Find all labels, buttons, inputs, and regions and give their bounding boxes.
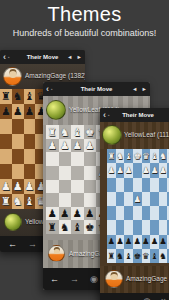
board-square[interactable]: ♟	[84, 139, 97, 153]
prev-move-icon[interactable]: ◄	[132, 82, 137, 96]
board-square[interactable]	[133, 163, 142, 177]
black-p-piece: ♟	[168, 237, 169, 246]
board-square[interactable]: ♟	[116, 235, 125, 249]
board-square[interactable]	[24, 119, 36, 134]
board-square[interactable]	[71, 193, 84, 207]
board-square[interactable]	[116, 206, 125, 220]
board-square[interactable]: ♟	[167, 163, 169, 177]
board-square[interactable]	[133, 220, 142, 234]
opponent-name: YellowLeaf (1114)	[124, 131, 169, 138]
board-square[interactable]	[0, 149, 12, 164]
white-p-piece: ♟	[24, 181, 34, 192]
white-p-piece: ♟	[151, 166, 159, 175]
board-square[interactable]	[167, 206, 169, 220]
board-square[interactable]: ♝	[71, 220, 84, 234]
board-square[interactable]	[167, 220, 169, 234]
black-b-piece: ♝	[24, 91, 34, 102]
white-b-piece: ♝	[24, 196, 34, 207]
white-n-piece: ♞	[159, 152, 167, 161]
board-square[interactable]	[59, 166, 72, 180]
board-square[interactable]	[84, 152, 97, 166]
theme-screenshot-blue: ‹ ▪ Their Move YellowLeaf (1114) ♜♞♝♚♛♝♞…	[100, 108, 169, 300]
board-square[interactable]: ♜	[167, 249, 169, 263]
white-n-piece: ♞	[116, 152, 124, 161]
black-n-piece: ♞	[159, 252, 167, 261]
board-square[interactable]	[116, 178, 125, 192]
prev-move-icon[interactable]: ◄	[67, 50, 72, 64]
black-q-piece: ♛	[142, 252, 150, 261]
board-square[interactable]	[107, 220, 116, 234]
board-square[interactable]: ♟	[46, 207, 59, 221]
white-p-piece: ♟	[73, 140, 82, 151]
board-square[interactable]: ♟	[107, 235, 116, 249]
board-square[interactable]: ♞	[12, 89, 24, 104]
white-b-piece: ♝	[151, 152, 159, 161]
board-square[interactable]	[124, 206, 133, 220]
board-square[interactable]	[142, 206, 151, 220]
board-square[interactable]: ♟	[150, 163, 159, 177]
black-r-piece: ♜	[48, 222, 57, 233]
board-square[interactable]	[24, 164, 36, 179]
board-square[interactable]	[84, 193, 97, 207]
board-square[interactable]	[150, 206, 159, 220]
white-n-piece: ♞	[60, 127, 69, 138]
white-r-piece: ♜	[1, 196, 11, 207]
board-square[interactable]	[124, 178, 133, 192]
undo-arrow-icon[interactable]: ←	[105, 297, 114, 300]
black-r-piece: ♜	[108, 252, 116, 261]
board-square[interactable]: ♜	[107, 249, 116, 263]
board-square[interactable]	[24, 149, 36, 164]
board-square[interactable]: ♜	[46, 125, 59, 139]
white-p-piece: ♟	[125, 166, 133, 175]
black-b-piece: ♝	[151, 252, 159, 261]
board-square[interactable]	[142, 220, 151, 234]
board-square[interactable]	[84, 166, 97, 180]
board-square[interactable]: ♛	[142, 249, 151, 263]
board-square[interactable]	[0, 164, 12, 179]
board-square[interactable]: ♟	[84, 207, 97, 221]
black-p-piece: ♟	[108, 237, 116, 246]
black-k-piece: ♚	[133, 252, 141, 261]
board-square[interactable]: ♞	[116, 149, 125, 163]
board-square[interactable]: ♜	[167, 149, 169, 163]
board-square[interactable]: ♞	[59, 125, 72, 139]
board-square[interactable]: ♟	[46, 139, 59, 153]
page-subtitle: Hundreds of beautiful combinations!	[0, 28, 169, 38]
board-square[interactable]	[159, 192, 168, 206]
black-n-piece: ♞	[13, 91, 23, 102]
black-p-piece: ♟	[48, 208, 57, 219]
board-square[interactable]	[12, 134, 24, 149]
board-square[interactable]: ♟	[0, 104, 12, 119]
board-square[interactable]: ♟	[24, 179, 36, 194]
board-square[interactable]	[167, 192, 169, 206]
board-square[interactable]	[59, 152, 72, 166]
board-square[interactable]: ♟	[107, 163, 116, 177]
board-square[interactable]	[150, 192, 159, 206]
black-p-piece: ♟	[159, 237, 167, 246]
board-square[interactable]: ♛	[142, 149, 151, 163]
white-p-piece: ♟	[48, 140, 57, 151]
board-square[interactable]	[71, 166, 84, 180]
board-square[interactable]: ♟	[133, 192, 142, 206]
board-square[interactable]	[12, 119, 24, 134]
board-square[interactable]	[124, 220, 133, 234]
board-square[interactable]: ♟	[167, 235, 169, 249]
black-p-piece: ♟	[1, 106, 11, 117]
white-q-piece: ♛	[142, 152, 150, 161]
board-square[interactable]	[167, 178, 169, 192]
white-p-piece: ♟	[159, 166, 167, 175]
player-name: AmazingGage (138	[126, 275, 169, 282]
board-square[interactable]: ♞	[12, 194, 24, 209]
board-square[interactable]: ♚	[84, 125, 97, 139]
white-n-piece: ♞	[13, 196, 23, 207]
board-square[interactable]	[159, 178, 168, 192]
board-square[interactable]	[46, 152, 59, 166]
board-square[interactable]	[133, 178, 142, 192]
black-p-piece: ♟	[24, 106, 34, 117]
black-k-piece: ♚	[85, 222, 94, 233]
board-square[interactable]	[0, 119, 12, 134]
board-square[interactable]	[12, 149, 24, 164]
board-square[interactable]: ♟	[59, 207, 72, 221]
board-square[interactable]: ♟	[159, 163, 168, 177]
board-square[interactable]	[71, 152, 84, 166]
board-square[interactable]	[150, 220, 159, 234]
board-square[interactable]	[116, 192, 125, 206]
player-avatar	[48, 245, 65, 262]
eye-icon[interactable]: ◉	[143, 297, 151, 300]
board-square[interactable]	[116, 220, 125, 234]
board-square[interactable]: ♟	[159, 235, 168, 249]
white-k-piece: ♚	[85, 127, 94, 138]
board-square[interactable]	[107, 206, 116, 220]
board-square[interactable]: ♜	[0, 194, 12, 209]
board-square[interactable]	[124, 192, 133, 206]
board-square[interactable]	[24, 134, 36, 149]
black-r-piece: ♜	[1, 91, 11, 102]
board-square[interactable]: ♚	[84, 220, 97, 234]
white-b-piece: ♝	[73, 127, 82, 138]
board-square[interactable]	[12, 164, 24, 179]
opponent-avatar	[46, 100, 66, 120]
board-square[interactable]: ♟	[133, 235, 142, 249]
forward-arrow-icon[interactable]: →	[70, 275, 79, 284]
board-square[interactable]: ♜	[0, 89, 12, 104]
opponent-avatar	[102, 125, 122, 145]
board-square[interactable]: ♟	[71, 207, 84, 221]
undo-arrow-icon[interactable]: ←	[50, 275, 59, 284]
board-square[interactable]	[142, 178, 151, 192]
white-p-piece: ♟	[133, 195, 141, 204]
next-move-icon[interactable]: ►	[142, 82, 147, 96]
board-square[interactable]: ♟	[71, 139, 84, 153]
chess-board[interactable]: ♜♞♝♚♛♝♞♜♟♟♟♟♟♟♟♟♟♟♟♟♟♟♟♟♜♞♝♚♛♝♞♜	[107, 149, 169, 263]
board-square[interactable]: ♟	[24, 104, 36, 119]
next-move-icon[interactable]: ►	[77, 50, 82, 64]
opponent-name: AmazingGage (1382)	[25, 72, 85, 79]
board-square[interactable]: ♝	[150, 149, 159, 163]
board-square[interactable]: ♟	[150, 235, 159, 249]
black-p-piece: ♟	[116, 237, 124, 246]
board-square[interactable]	[107, 178, 116, 192]
close-icon[interactable]: ×	[161, 297, 166, 300]
board-square[interactable]	[59, 180, 72, 194]
white-p-piece: ♟	[1, 181, 11, 192]
board-square[interactable]: ♝	[71, 125, 84, 139]
top-bar: ‹ ▪ Their Move ◄ ►	[43, 82, 150, 96]
white-p-piece: ♟	[13, 181, 23, 192]
black-p-piece: ♟	[142, 237, 150, 246]
black-b-piece: ♝	[73, 222, 82, 233]
board-square[interactable]	[142, 192, 151, 206]
black-n-piece: ♞	[116, 252, 124, 261]
board-square[interactable]: ♝	[24, 194, 36, 209]
forward-arrow-icon[interactable]: →	[124, 297, 133, 300]
white-p-piece: ♟	[116, 166, 124, 175]
opponent-avatar	[3, 67, 22, 86]
board-square[interactable]	[159, 206, 168, 220]
board-square[interactable]	[0, 134, 12, 149]
board-square[interactable]	[59, 193, 72, 207]
white-p-piece: ♟	[142, 166, 150, 175]
board-square[interactable]: ♞	[59, 220, 72, 234]
white-p-piece: ♟	[168, 166, 169, 175]
board-square[interactable]: ♟	[142, 235, 151, 249]
board-square[interactable]: ♝	[24, 89, 36, 104]
board-square[interactable]: ♟	[59, 139, 72, 153]
black-p-piece: ♟	[73, 208, 82, 219]
board-square[interactable]	[71, 180, 84, 194]
board-square[interactable]: ♜	[107, 149, 116, 163]
board-square[interactable]: ♜	[46, 220, 59, 234]
black-p-piece: ♟	[85, 208, 94, 219]
board-square[interactable]: ♝	[124, 249, 133, 263]
board-square[interactable]: ♝	[150, 249, 159, 263]
player-avatar	[105, 270, 123, 288]
board-square[interactable]: ♟	[12, 179, 24, 194]
board-square[interactable]: ♟	[142, 163, 151, 177]
black-r-piece: ♜	[168, 252, 169, 261]
top-bar: ‹ ▪ Their Move	[100, 108, 169, 122]
player-avatar	[4, 213, 22, 231]
board-square[interactable]	[84, 180, 97, 194]
white-r-piece: ♜	[48, 127, 57, 138]
black-p-piece: ♟	[151, 237, 159, 246]
black-b-piece: ♝	[125, 252, 133, 261]
black-p-piece: ♟	[125, 237, 133, 246]
board-square[interactable]: ♟	[0, 179, 12, 194]
board-square[interactable]: ♟	[124, 235, 133, 249]
white-r-piece: ♜	[108, 152, 116, 161]
white-p-piece: ♟	[85, 140, 94, 151]
board-square[interactable]: ♟	[116, 163, 125, 177]
forward-arrow-icon[interactable]: →	[28, 240, 37, 249]
eye-icon[interactable]: ◉	[90, 275, 98, 284]
white-p-piece: ♟	[108, 166, 116, 175]
board-square[interactable]: ♟	[124, 163, 133, 177]
board-square[interactable]	[46, 166, 59, 180]
page-title: Themes	[0, 3, 169, 26]
board-square[interactable]: ♚	[133, 149, 142, 163]
board-square[interactable]: ♝	[124, 149, 133, 163]
black-n-piece: ♞	[60, 222, 69, 233]
opponent-row: YellowLeaf (1114)	[100, 122, 169, 149]
board-square[interactable]: ♟	[12, 104, 24, 119]
bottom-toolbar: ← → ◉ ×	[100, 293, 169, 300]
white-r-piece: ♜	[168, 152, 169, 161]
undo-arrow-icon[interactable]: ←	[8, 240, 17, 249]
board-square[interactable]	[107, 192, 116, 206]
white-p-piece: ♟	[60, 140, 69, 151]
black-p-piece: ♟	[13, 106, 23, 117]
board-square[interactable]: ♚	[133, 249, 142, 263]
board-square[interactable]	[133, 206, 142, 220]
white-b-piece: ♝	[125, 152, 133, 161]
board-square[interactable]	[150, 178, 159, 192]
board-square[interactable]	[46, 193, 59, 207]
black-p-piece: ♟	[133, 237, 141, 246]
top-bar: ‹ ▪ Their Move ◄ ►	[0, 50, 85, 64]
board-square[interactable]: ♞	[159, 249, 168, 263]
white-k-piece: ♚	[133, 152, 141, 161]
board-square[interactable]: ♞	[159, 149, 168, 163]
player-row: AmazingGage (138	[100, 266, 169, 293]
black-p-piece: ♟	[60, 208, 69, 219]
board-square[interactable]: ♞	[116, 249, 125, 263]
move-status-title: Their Move	[100, 112, 169, 118]
board-square[interactable]	[159, 220, 168, 234]
board-square[interactable]	[46, 180, 59, 194]
